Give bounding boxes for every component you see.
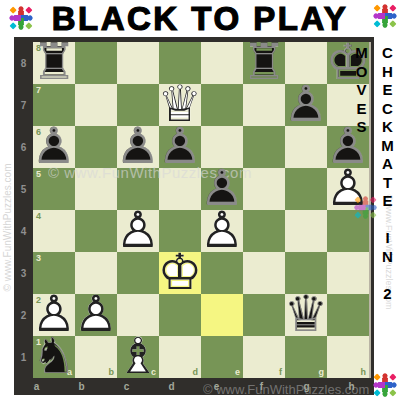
piece-black-pawn[interactable]: ♟♙ [285,84,327,126]
square-b4[interactable] [75,210,117,252]
square-coord-file: e [235,367,240,377]
square-f6[interactable] [243,126,285,168]
square-a4[interactable]: 4 [33,210,75,252]
square-a1[interactable]: 1a♞♘ [33,336,75,378]
piece-white-bishop[interactable]: ♝♗ [117,336,159,378]
puzzle-logo-icon [371,371,399,399]
piece-black-pawn[interactable]: ♟♙ [159,126,201,168]
piece-black-pawn[interactable]: ♟♙ [117,126,159,168]
square-f5[interactable] [243,168,285,210]
square-b8[interactable] [75,42,117,84]
rank-label-7: 7 [14,84,33,126]
square-coord-file: h [361,367,367,377]
rank-label-1: 1 [14,336,33,378]
puzzle-logo-icon [371,2,399,30]
chess-board-frame: 87654321 8♜♖♜♖♚♔7♛♕♟♙6♟♙♟♙♟♙♟♙5♟♙♟♙4♟♙♟♙… [14,37,374,395]
piece-black-rook[interactable]: ♜♖ [243,42,285,84]
puzzle-logo-icon [7,4,35,32]
square-f3[interactable] [243,252,285,294]
chess-board: 8♜♖♜♖♚♔7♛♕♟♙6♟♙♟♙♟♙♟♙5♟♙♟♙4♟♙♟♙3♚♔2♟♙♟♙♛… [33,42,369,378]
title-bar: BLACK TO PLAY [0,0,400,37]
file-label-g: g [284,378,329,395]
rank-label-8: 8 [14,42,33,84]
square-e8[interactable] [201,42,243,84]
square-c1[interactable]: c♝♗ [117,336,159,378]
file-label-h: h [329,378,374,395]
piece-white-pawn[interactable]: ♟♙ [201,210,243,252]
square-d6[interactable]: ♟♙ [159,126,201,168]
square-coord-file: d [193,367,199,377]
square-e2[interactable] [201,294,243,336]
square-coord-file: b [109,367,115,377]
square-g7[interactable]: ♟♙ [285,84,327,126]
piece-black-pawn[interactable]: ♟♙ [33,126,75,168]
square-b2[interactable]: ♟♙ [75,294,117,336]
square-b6[interactable] [75,126,117,168]
square-d3[interactable]: ♚♔ [159,252,201,294]
rank-label-4: 4 [14,210,33,252]
square-a6[interactable]: 6♟♙ [33,126,75,168]
piece-black-queen[interactable]: ♛♕ [285,294,327,336]
rank-label-5: 5 [14,168,33,210]
square-f4[interactable] [243,210,285,252]
square-g2[interactable]: ♛♕ [285,294,327,336]
piece-black-knight[interactable]: ♞♘ [33,336,75,378]
rank-labels: 87654321 [14,42,33,378]
square-c6[interactable]: ♟♙ [117,126,159,168]
square-coord-file: g [319,367,325,377]
square-b7[interactable] [75,84,117,126]
piece-white-pawn[interactable]: ♟♙ [117,210,159,252]
square-h1[interactable]: h [327,336,369,378]
square-f2[interactable] [243,294,285,336]
square-g4[interactable] [285,210,327,252]
square-coord-rank: 3 [36,253,41,263]
rank-label-3: 3 [14,252,33,294]
square-e4[interactable]: ♟♙ [201,210,243,252]
puzzle-logo-icon [352,194,379,221]
square-h2[interactable] [327,294,369,336]
rank-label-2: 2 [14,294,33,336]
square-h3[interactable] [327,252,369,294]
file-label-f: f [239,378,284,395]
chess-puzzle-page: BLACK TO PLAY 87654321 8♜♖♜♖♚♔7♛♕♟♙6♟♙♟♙… [0,0,400,400]
piece-black-rook[interactable]: ♜♖ [33,42,75,84]
file-label-e: e [194,378,239,395]
square-coord-file: f [279,367,282,377]
square-e7[interactable] [201,84,243,126]
piece-white-king[interactable]: ♚♔ [159,252,201,294]
square-c8[interactable] [117,42,159,84]
page-title: BLACK TO PLAY [0,0,400,37]
square-b5[interactable] [75,168,117,210]
piece-white-pawn[interactable]: ♟♙ [75,294,117,336]
square-a8[interactable]: 8♜♖ [33,42,75,84]
square-c4[interactable]: ♟♙ [117,210,159,252]
square-f1[interactable]: f [243,336,285,378]
rank-label-6: 6 [14,126,33,168]
watermark-left: © www.FunWithPuzzles.com [2,88,13,368]
square-d1[interactable]: d [159,336,201,378]
square-coord-rank: 4 [36,211,41,221]
square-g5[interactable] [285,168,327,210]
square-e1[interactable]: e [201,336,243,378]
square-f8[interactable]: ♜♖ [243,42,285,84]
